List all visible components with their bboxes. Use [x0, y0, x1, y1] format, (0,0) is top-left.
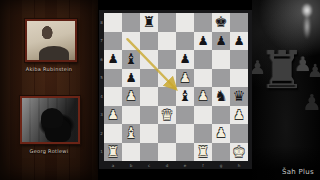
board-square-h2[interactable]: [230, 124, 248, 143]
board-square-g2[interactable]: ♟: [212, 124, 230, 143]
board-square-a1[interactable]: ♜: [104, 143, 122, 162]
white-pawn-e5[interactable]: ♟: [176, 69, 194, 88]
black-king-g8[interactable]: ♚: [212, 13, 230, 32]
brand-photo-panel: ♟ ♟ ♟ ♜ ♟ Šah Plus: [252, 0, 320, 180]
player-name-white: Akiba Rubinstein: [0, 66, 98, 72]
board-square-e1[interactable]: [176, 143, 194, 162]
board-square-f8[interactable]: [194, 13, 212, 32]
board-square-h8[interactable]: [230, 13, 248, 32]
white-rook-a1[interactable]: ♜: [104, 143, 122, 162]
board-square-b6[interactable]: ♝: [122, 50, 140, 69]
black-pawn-b5[interactable]: ♟: [122, 69, 140, 88]
board-square-a6[interactable]: ♟: [104, 50, 122, 69]
file-label-b: b: [122, 162, 140, 168]
board-square-d1[interactable]: [158, 143, 176, 162]
board-square-c4[interactable]: [140, 87, 158, 106]
board-square-c2[interactable]: [140, 124, 158, 143]
board-square-a8[interactable]: [104, 13, 122, 32]
file-label-f: f: [194, 162, 212, 168]
board-square-h5[interactable]: [230, 69, 248, 88]
white-rook-f1[interactable]: ♜: [194, 143, 212, 162]
board-square-f4[interactable]: ♟: [194, 87, 212, 106]
black-bishop-e4[interactable]: ♝: [176, 87, 194, 106]
file-label-h: h: [230, 162, 248, 168]
board-square-a3[interactable]: ♟: [104, 106, 122, 125]
board-square-b1[interactable]: [122, 143, 140, 162]
board-square-e8[interactable]: [176, 13, 194, 32]
pawn-silhouette-icon: ♟: [307, 62, 320, 80]
black-pawn-f7[interactable]: ♟: [194, 32, 212, 51]
board-square-g1[interactable]: [212, 143, 230, 162]
white-bishop-b2[interactable]: ♝: [122, 124, 140, 143]
board-square-b2[interactable]: ♝: [122, 124, 140, 143]
board-square-b4[interactable]: ♟: [122, 87, 140, 106]
board-square-a2[interactable]: [104, 124, 122, 143]
board-square-c5[interactable]: [140, 69, 158, 88]
board-square-b8[interactable]: [122, 13, 140, 32]
board-square-d8[interactable]: [158, 13, 176, 32]
file-label-g: g: [212, 162, 230, 168]
black-queen-h4[interactable]: ♛: [230, 87, 248, 106]
file-label-c: c: [140, 162, 158, 168]
white-pawn-h3[interactable]: ♟: [230, 106, 248, 125]
portrait-photo-rotlewi: [22, 98, 78, 142]
black-pawn-g7[interactable]: ♟: [212, 32, 230, 51]
board-square-g6[interactable]: [212, 50, 230, 69]
pawn-silhouette-icon: ♟: [302, 92, 320, 114]
chessboard-frame: 87654321 ♜♚♟♟♟♟♝♟♟♟♟♝♟♞♛♟♛♟♝♟♜♜♚ abcdefg…: [99, 10, 252, 169]
board-square-g8[interactable]: ♚: [212, 13, 230, 32]
board-square-e5[interactable]: ♟: [176, 69, 194, 88]
white-pawn-g2[interactable]: ♟: [212, 124, 230, 143]
file-label-e: e: [176, 162, 194, 168]
board-square-b7[interactable]: [122, 32, 140, 51]
board-square-d6[interactable]: [158, 50, 176, 69]
player-name-black: Georg Rotlewi: [0, 148, 98, 154]
file-label-d: d: [158, 162, 176, 168]
rook-silhouette-icon: ♜: [259, 44, 306, 96]
board-square-f5[interactable]: [194, 69, 212, 88]
chessboard: ♜♚♟♟♟♟♝♟♟♟♟♝♟♞♛♟♛♟♝♟♜♜♚: [104, 13, 248, 161]
board-square-c1[interactable]: [140, 143, 158, 162]
white-pawn-a3[interactable]: ♟: [104, 106, 122, 125]
board-square-a4[interactable]: [104, 87, 122, 106]
board-square-d3[interactable]: ♛: [158, 106, 176, 125]
board-square-f6[interactable]: [194, 50, 212, 69]
board-square-b3[interactable]: [122, 106, 140, 125]
board-square-h1[interactable]: ♚: [230, 143, 248, 162]
white-queen-d3[interactable]: ♛: [158, 106, 176, 125]
board-square-e4[interactable]: ♝: [176, 87, 194, 106]
board-square-h6[interactable]: [230, 50, 248, 69]
board-square-a5[interactable]: [104, 69, 122, 88]
board-square-e3[interactable]: [176, 106, 194, 125]
board-square-e7[interactable]: [176, 32, 194, 51]
portrait-frame-white-player: [25, 19, 77, 62]
white-pawn-f4[interactable]: ♟: [194, 87, 212, 106]
board-square-d4[interactable]: [158, 87, 176, 106]
board-square-e2[interactable]: [176, 124, 194, 143]
board-square-c7[interactable]: [140, 32, 158, 51]
portrait-photo-rubinstein: [27, 21, 75, 60]
black-pawn-e6[interactable]: ♟: [176, 50, 194, 69]
branding-text: Šah Plus: [282, 168, 314, 176]
black-knight-g4[interactable]: ♞: [212, 87, 230, 106]
white-pawn-b4[interactable]: ♟: [122, 87, 140, 106]
board-square-d2[interactable]: [158, 124, 176, 143]
board-square-d5[interactable]: [158, 69, 176, 88]
board-square-a7[interactable]: [104, 32, 122, 51]
portrait-frame-black-player: [20, 96, 80, 144]
board-square-g5[interactable]: [212, 69, 230, 88]
black-pawn-h7[interactable]: ♟: [230, 32, 248, 51]
board-square-g4[interactable]: ♞: [212, 87, 230, 106]
board-square-e6[interactable]: ♟: [176, 50, 194, 69]
board-square-h3[interactable]: ♟: [230, 106, 248, 125]
board-square-f1[interactable]: ♜: [194, 143, 212, 162]
white-king-h1[interactable]: ♚: [230, 143, 248, 162]
video-frame: Akiba Rubinstein Georg Rotlewi 87654321 …: [0, 0, 320, 180]
board-square-h7[interactable]: ♟: [230, 32, 248, 51]
file-labels: abcdefgh: [104, 162, 248, 168]
board-square-f3[interactable]: [194, 106, 212, 125]
board-square-f7[interactable]: ♟: [194, 32, 212, 51]
black-rook-c8[interactable]: ♜: [140, 13, 158, 32]
glass-piece-icon: [296, 0, 318, 42]
black-bishop-b6[interactable]: ♝: [122, 50, 140, 69]
board-square-h4[interactable]: ♛: [230, 87, 248, 106]
board-square-c6[interactable]: [140, 50, 158, 69]
file-label-a: a: [104, 162, 122, 168]
players-panel: Akiba Rubinstein Georg Rotlewi: [0, 0, 98, 180]
black-pawn-a6[interactable]: ♟: [104, 50, 122, 69]
board-square-b5[interactable]: ♟: [122, 69, 140, 88]
board-square-c3[interactable]: [140, 106, 158, 125]
board-square-g3[interactable]: [212, 106, 230, 125]
board-square-f2[interactable]: [194, 124, 212, 143]
board-square-g7[interactable]: ♟: [212, 32, 230, 51]
board-square-d7[interactable]: [158, 32, 176, 51]
board-square-c8[interactable]: ♜: [140, 13, 158, 32]
